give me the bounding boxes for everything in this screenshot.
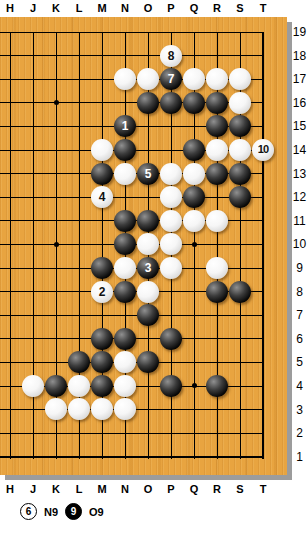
move-number: 3	[145, 262, 152, 274]
black-stone-p6	[160, 328, 182, 350]
white-stone-m12: 4	[91, 186, 113, 208]
black-stone-q16	[183, 92, 205, 114]
column-label-top: K	[45, 2, 68, 14]
caption-white-stone-marker: 6	[20, 503, 37, 520]
column-label-bottom: T	[252, 483, 275, 495]
go-diagram: HJKLMNOPQRST 871105432 19181716151413121…	[0, 0, 308, 537]
caption-black-stone-marker: 9	[65, 503, 82, 520]
caption-move-number: 9	[71, 507, 77, 517]
column-label-bottom: N	[114, 483, 137, 495]
black-stone-m13	[91, 163, 113, 185]
star-point	[192, 242, 197, 247]
black-stone-r4	[206, 375, 228, 397]
row-label: 6	[291, 332, 308, 346]
black-stone-o5	[137, 351, 159, 373]
black-stone-p4	[160, 375, 182, 397]
star-point	[54, 242, 59, 247]
caption-move-number: 6	[26, 507, 32, 517]
white-stone-s16	[229, 92, 251, 114]
column-label-top: Q	[183, 2, 206, 14]
caption-move-location: N9	[44, 506, 58, 518]
go-board: 871105432	[0, 17, 287, 475]
black-stone-s13	[229, 163, 251, 185]
row-label: 17	[291, 72, 308, 86]
row-label: 18	[291, 49, 308, 63]
white-stone-p18: 8	[160, 45, 182, 67]
white-stone-l4	[68, 375, 90, 397]
column-label-top: N	[114, 2, 137, 14]
column-label-bottom: P	[160, 483, 183, 495]
black-stone-s12	[229, 186, 251, 208]
white-stone-r14	[206, 139, 228, 161]
black-stone-r16	[206, 92, 228, 114]
black-stone-o16	[137, 92, 159, 114]
column-label-bottom: H	[0, 483, 22, 495]
column-label-top: P	[160, 2, 183, 14]
row-label: 11	[291, 214, 308, 228]
white-stone-n9	[114, 257, 136, 279]
black-stone-r13	[206, 163, 228, 185]
row-label: 15	[291, 119, 308, 133]
move-number: 5	[145, 168, 152, 180]
column-label-bottom: L	[68, 483, 91, 495]
move-number: 7	[168, 73, 175, 85]
star-point	[192, 383, 197, 388]
white-stone-p10	[160, 233, 182, 255]
black-stone-l5	[68, 351, 90, 373]
column-label-top: T	[252, 2, 275, 14]
row-label: 4	[291, 379, 308, 393]
column-label-bottom: R	[206, 483, 229, 495]
caption-move-location: O9	[89, 506, 104, 518]
column-label-top: H	[0, 2, 22, 14]
black-stone-o7	[137, 304, 159, 326]
black-stone-q14	[183, 139, 205, 161]
row-label: 13	[291, 167, 308, 181]
white-stone-k3	[45, 398, 67, 420]
white-stone-q13	[183, 163, 205, 185]
black-stone-q12	[183, 186, 205, 208]
white-stone-r11	[206, 210, 228, 232]
black-stone-k4	[45, 375, 67, 397]
white-stone-n3	[114, 398, 136, 420]
row-label: 10	[291, 237, 308, 251]
black-stone-s8	[229, 281, 251, 303]
white-stone-o10	[137, 233, 159, 255]
board-surface[interactable]: 871105432	[0, 20, 275, 468]
move-number: 8	[168, 50, 175, 62]
white-stone-q17	[183, 68, 205, 90]
move-number: 4	[99, 191, 106, 203]
star-point	[54, 100, 59, 105]
column-label-bottom: M	[91, 483, 114, 495]
white-stone-s17	[229, 68, 251, 90]
black-stone-m6	[91, 328, 113, 350]
white-stone-m8: 2	[91, 281, 113, 303]
column-label-top: L	[68, 2, 91, 14]
white-stone-r9	[206, 257, 228, 279]
caption: 6 N9 9 O9	[20, 503, 104, 520]
black-stone-p17: 7	[160, 68, 182, 90]
column-label-bottom: S	[229, 483, 252, 495]
row-label: 9	[291, 261, 308, 275]
move-number: 1	[122, 120, 129, 132]
black-stone-p16	[160, 92, 182, 114]
black-stone-m9	[91, 257, 113, 279]
white-stone-n13	[114, 163, 136, 185]
row-label: 7	[291, 308, 308, 322]
row-label: 14	[291, 143, 308, 157]
black-stone-n15: 1	[114, 115, 136, 137]
black-stone-m5	[91, 351, 113, 373]
black-stone-o11	[137, 210, 159, 232]
white-stone-s14	[229, 139, 251, 161]
white-stone-q11	[183, 210, 205, 232]
white-stone-p12	[160, 186, 182, 208]
black-stone-n10	[114, 233, 136, 255]
black-stone-m4	[91, 375, 113, 397]
move-number: 2	[99, 286, 106, 298]
black-stone-n6	[114, 328, 136, 350]
row-label: 16	[291, 96, 308, 110]
row-label: 3	[291, 403, 308, 417]
column-label-top: R	[206, 2, 229, 14]
column-label-bottom: Q	[183, 483, 206, 495]
white-stone-p11	[160, 210, 182, 232]
white-stone-m3	[91, 398, 113, 420]
white-stone-l3	[68, 398, 90, 420]
white-stone-n5	[114, 351, 136, 373]
column-label-bottom: J	[22, 483, 45, 495]
black-stone-n11	[114, 210, 136, 232]
black-stone-n8	[114, 281, 136, 303]
white-stone-n4	[114, 375, 136, 397]
white-stone-r17	[206, 68, 228, 90]
row-label: 8	[291, 285, 308, 299]
black-stone-n14	[114, 139, 136, 161]
black-stone-o9: 3	[137, 257, 159, 279]
white-stone-j4	[22, 375, 44, 397]
column-label-bottom: O	[137, 483, 160, 495]
white-stone-m14	[91, 139, 113, 161]
white-stone-p9	[160, 257, 182, 279]
white-stone-o17	[137, 68, 159, 90]
column-label-bottom: K	[45, 483, 68, 495]
row-label: 12	[291, 190, 308, 204]
column-label-top: J	[22, 2, 45, 14]
white-stone-p13	[160, 163, 182, 185]
black-stone-o13: 5	[137, 163, 159, 185]
column-label-top: S	[229, 2, 252, 14]
row-label: 1	[291, 450, 308, 464]
black-stone-r15	[206, 115, 228, 137]
column-label-top: M	[91, 2, 114, 14]
black-stone-r8	[206, 281, 228, 303]
column-label-top: O	[137, 2, 160, 14]
white-stone-n17	[114, 68, 136, 90]
row-label: 19	[291, 25, 308, 39]
white-stone-o8	[137, 281, 159, 303]
white-stone-t14: 10	[252, 139, 274, 161]
black-stone-s15	[229, 115, 251, 137]
row-label: 2	[291, 426, 308, 440]
move-number: 10	[258, 144, 269, 155]
row-label: 5	[291, 355, 308, 369]
